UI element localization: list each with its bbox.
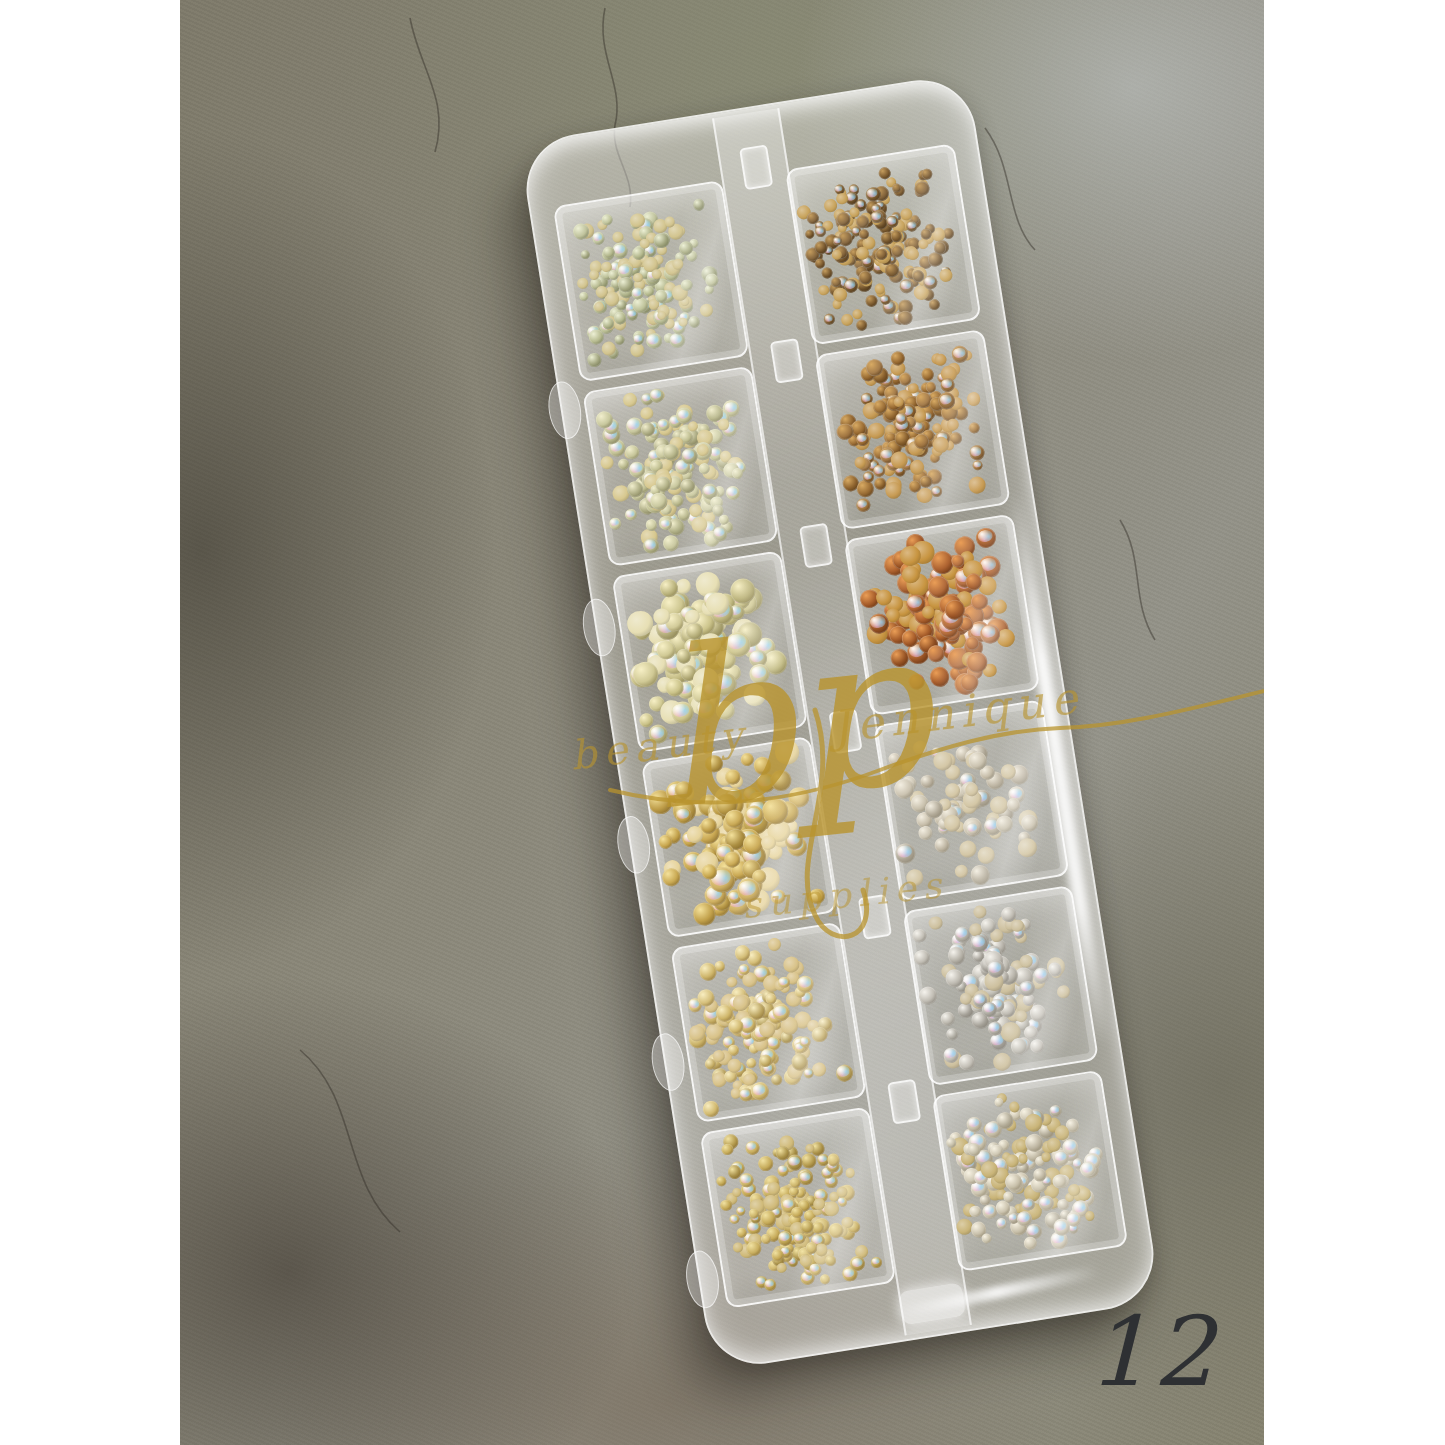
rhinestone <box>913 949 931 967</box>
rhinestone <box>624 508 637 521</box>
rhinestone <box>919 475 933 489</box>
rhinestone <box>1029 1038 1045 1054</box>
rhinestone <box>753 755 773 775</box>
rhinestone <box>917 985 939 1007</box>
rhinestone <box>954 864 969 879</box>
rhinestone <box>824 1254 837 1267</box>
rhinestone <box>695 699 716 720</box>
rhinestone <box>612 231 624 243</box>
compartment-R3-copper-orange-AB <box>844 514 1041 716</box>
rhinestone <box>725 485 741 501</box>
compartment-L1-light-green-peridot-AB <box>553 180 750 382</box>
compartment-L5-champagne-gold-AB <box>670 921 867 1123</box>
rhinestone <box>928 915 943 930</box>
rhinestone <box>835 1063 855 1083</box>
compartment-R1-bronze-coffee-AB <box>785 143 982 345</box>
rhinestone <box>600 455 615 470</box>
rhinestone <box>933 836 950 853</box>
rhinestone <box>587 353 602 368</box>
rhinestone <box>855 497 871 513</box>
rhinestone <box>799 1036 811 1048</box>
rhinestone <box>1056 984 1072 1000</box>
rhinestone <box>951 345 970 364</box>
rhinestone <box>918 825 933 840</box>
rhinestone <box>972 904 987 919</box>
rhinestone <box>643 537 660 554</box>
rhinestone <box>894 842 917 865</box>
rhinestone <box>640 406 654 420</box>
rhinestone <box>940 1011 956 1027</box>
rhinestone <box>966 392 982 408</box>
rhinestone <box>934 353 948 367</box>
rhinestone <box>742 682 767 707</box>
rhinestone <box>791 1206 804 1219</box>
rhinestone <box>819 1274 831 1286</box>
rhinestone <box>832 287 848 303</box>
rhinestone <box>577 277 589 289</box>
rhinestone <box>968 422 980 434</box>
photo-background: beauty bp Jennique supplies 12 <box>180 0 1264 1445</box>
photo-number-label: 12 <box>1088 1296 1218 1408</box>
rhinestone <box>814 225 827 238</box>
rhinestone <box>796 974 816 994</box>
rhinestone <box>958 839 978 859</box>
rhinestone <box>798 1170 813 1185</box>
rhinestone <box>578 291 589 302</box>
compartment-L4-gold-AB-mixed-sizes <box>641 736 838 938</box>
rhinestone <box>993 1097 1003 1107</box>
compartment-L2-light-jonquil-AB <box>582 365 779 567</box>
rhinestone <box>805 229 815 239</box>
compartment-L3-jonquil-lime-AB-large <box>612 551 809 753</box>
rhinestone <box>852 309 863 320</box>
rhinestone <box>705 273 719 287</box>
rhinestone <box>744 1140 760 1156</box>
rhinestone <box>864 294 878 308</box>
rhinestone <box>736 1206 746 1216</box>
rhinestone <box>622 391 638 407</box>
compartment-R5-crystal-silver-AB <box>902 884 1099 1086</box>
white-frame: { "photo": { "frame_color": "#ffffff", "… <box>0 0 1445 1445</box>
rhinestone <box>912 740 928 756</box>
rhinestone <box>920 774 935 789</box>
rhinestone <box>958 1054 976 1072</box>
rhinestone <box>580 249 590 259</box>
rhinestone <box>601 213 614 226</box>
rhinestone <box>976 846 995 865</box>
rhinestone <box>845 1168 856 1179</box>
rhinestone <box>726 976 738 988</box>
rhinestone <box>966 1116 983 1133</box>
rhinestone <box>773 738 801 766</box>
rhinestone <box>992 1051 1012 1071</box>
rhinestone <box>917 239 928 250</box>
rhinestone <box>776 1262 787 1273</box>
rhinestone <box>901 759 916 774</box>
rhinestone <box>645 332 663 350</box>
compartment-R4-silk-champagne-AB-sparse <box>873 699 1070 901</box>
compartment-R6-clear-champagne-crystal <box>932 1070 1129 1272</box>
rhinestone <box>688 315 701 328</box>
rhinestone <box>719 1198 732 1211</box>
rhinestone <box>906 247 920 261</box>
rhinestone <box>938 269 953 284</box>
rhinestone <box>608 517 622 531</box>
rhinestone <box>855 319 868 332</box>
rhinestone <box>648 724 670 746</box>
rhinestone <box>818 285 830 297</box>
rhinestone <box>614 334 626 346</box>
rhinestone <box>928 666 951 689</box>
rhinestone <box>969 864 991 886</box>
compartment-R2-amber-topaz-AB <box>814 328 1011 530</box>
rhinestone <box>811 1062 827 1078</box>
rhinestone <box>702 1100 719 1117</box>
rhinestone <box>930 485 942 497</box>
rhinestone <box>739 752 755 768</box>
rhinestone <box>907 673 925 691</box>
rhinestone <box>716 1176 727 1187</box>
rhinestone <box>945 1027 960 1042</box>
rhinestone <box>1023 1236 1038 1251</box>
rhinestone <box>757 1155 774 1172</box>
rhinestone <box>699 303 715 319</box>
rhinestone <box>661 534 680 553</box>
rhinestone <box>1084 1210 1095 1221</box>
rhinestone <box>921 368 935 382</box>
rhinestone <box>823 313 835 325</box>
rhinestone <box>981 1233 992 1244</box>
rhinestone <box>763 1278 776 1291</box>
rhinestone <box>968 444 985 461</box>
rhinestone <box>972 459 983 470</box>
rhinestone <box>808 887 826 905</box>
rhinestone <box>692 198 705 211</box>
rhinestone <box>905 868 925 888</box>
rhinestone <box>721 1143 734 1156</box>
rhinestone <box>1041 1152 1052 1163</box>
rhinestone <box>967 476 986 495</box>
rhinestone <box>911 928 927 944</box>
rhinestone <box>770 889 787 906</box>
rhinestone <box>995 1217 1007 1229</box>
rhinestone <box>715 700 737 722</box>
rhinestone <box>887 752 901 766</box>
rhinestone <box>975 526 998 549</box>
rhinestone <box>645 519 658 532</box>
rhinestone <box>729 1214 740 1225</box>
rhinestone <box>969 1205 982 1218</box>
rhinestone <box>870 1256 882 1268</box>
rhinestone <box>625 445 640 460</box>
rhinestone <box>767 937 782 952</box>
compartment-L6-gold-AB-small <box>700 1107 897 1309</box>
